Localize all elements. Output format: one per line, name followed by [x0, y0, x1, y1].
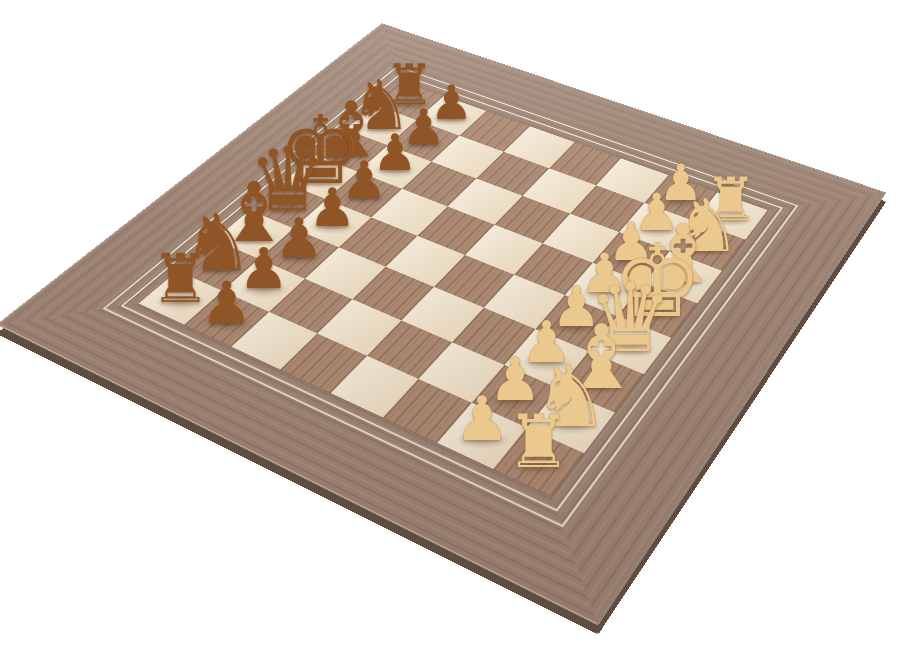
piece-dark-pawn-a7[interactable]: ♟ [201, 274, 253, 332]
piece-light-pawn-a2[interactable]: ♟ [455, 388, 510, 449]
piece-light-rook-a1[interactable]: ♜ [506, 405, 572, 478]
photo-stage: ♜♞♝♚♛♝♞♜♟♟♟♟♟♟♟♟♟♟♟♟♟♟♟♟♜♞♝♚♛♝♞♜ [0, 0, 900, 650]
